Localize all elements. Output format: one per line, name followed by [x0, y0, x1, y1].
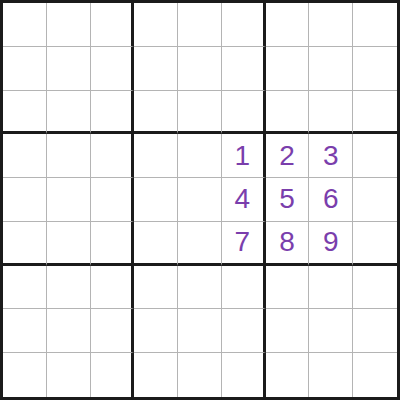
- cell-r3c4[interactable]: [134, 91, 178, 135]
- cell-r3c5[interactable]: [178, 91, 222, 135]
- cell-r4c8[interactable]: 3: [309, 134, 353, 178]
- cell-r3c7[interactable]: [266, 91, 310, 135]
- cell-r4c1[interactable]: [3, 134, 47, 178]
- sudoku-page: 123456789: [0, 0, 400, 400]
- cell-r1c4[interactable]: [134, 3, 178, 47]
- cell-r5c9[interactable]: [353, 178, 397, 222]
- cell-r6c3[interactable]: [91, 222, 135, 266]
- cell-r4c5[interactable]: [178, 134, 222, 178]
- cell-r7c6[interactable]: [222, 266, 266, 310]
- sudoku-board: 123456789: [0, 0, 400, 400]
- cell-r2c7[interactable]: [266, 47, 310, 91]
- cell-r5c4[interactable]: [134, 178, 178, 222]
- cell-r2c1[interactable]: [3, 47, 47, 91]
- cell-r3c3[interactable]: [91, 91, 135, 135]
- cell-r4c4[interactable]: [134, 134, 178, 178]
- cell-r8c5[interactable]: [178, 309, 222, 353]
- cell-r1c9[interactable]: [353, 3, 397, 47]
- cell-r2c9[interactable]: [353, 47, 397, 91]
- cell-r7c1[interactable]: [3, 266, 47, 310]
- cell-r7c2[interactable]: [47, 266, 91, 310]
- cell-r9c6[interactable]: [222, 353, 266, 397]
- cell-r1c3[interactable]: [91, 3, 135, 47]
- cell-r2c5[interactable]: [178, 47, 222, 91]
- cell-r1c5[interactable]: [178, 3, 222, 47]
- cell-r9c7[interactable]: [266, 353, 310, 397]
- cell-r5c5[interactable]: [178, 178, 222, 222]
- cell-r4c9[interactable]: [353, 134, 397, 178]
- cell-r9c9[interactable]: [353, 353, 397, 397]
- cell-r9c3[interactable]: [91, 353, 135, 397]
- cell-r5c1[interactable]: [3, 178, 47, 222]
- cell-r9c1[interactable]: [3, 353, 47, 397]
- cell-r2c4[interactable]: [134, 47, 178, 91]
- cell-r8c9[interactable]: [353, 309, 397, 353]
- cell-r6c2[interactable]: [47, 222, 91, 266]
- cell-r1c2[interactable]: [47, 3, 91, 47]
- cell-r5c2[interactable]: [47, 178, 91, 222]
- cell-r5c3[interactable]: [91, 178, 135, 222]
- cell-r9c4[interactable]: [134, 353, 178, 397]
- cell-r8c1[interactable]: [3, 309, 47, 353]
- cell-r3c9[interactable]: [353, 91, 397, 135]
- cell-r6c6[interactable]: 7: [222, 222, 266, 266]
- cell-r1c6[interactable]: [222, 3, 266, 47]
- cell-r7c8[interactable]: [309, 266, 353, 310]
- cell-r6c9[interactable]: [353, 222, 397, 266]
- cell-r1c1[interactable]: [3, 3, 47, 47]
- cell-r4c3[interactable]: [91, 134, 135, 178]
- cell-r5c8[interactable]: 6: [309, 178, 353, 222]
- cell-r6c8[interactable]: 9: [309, 222, 353, 266]
- cell-r7c5[interactable]: [178, 266, 222, 310]
- cell-r8c8[interactable]: [309, 309, 353, 353]
- cell-r2c3[interactable]: [91, 47, 135, 91]
- cell-r3c1[interactable]: [3, 91, 47, 135]
- cell-r8c3[interactable]: [91, 309, 135, 353]
- cell-r2c6[interactable]: [222, 47, 266, 91]
- cell-r7c3[interactable]: [91, 266, 135, 310]
- cell-r8c7[interactable]: [266, 309, 310, 353]
- cell-r7c7[interactable]: [266, 266, 310, 310]
- cell-r8c2[interactable]: [47, 309, 91, 353]
- cell-r4c7[interactable]: 2: [266, 134, 310, 178]
- cell-r6c1[interactable]: [3, 222, 47, 266]
- cell-r8c4[interactable]: [134, 309, 178, 353]
- cell-r9c2[interactable]: [47, 353, 91, 397]
- cell-r9c8[interactable]: [309, 353, 353, 397]
- cell-r6c5[interactable]: [178, 222, 222, 266]
- cell-r6c7[interactable]: 8: [266, 222, 310, 266]
- cell-r5c7[interactable]: 5: [266, 178, 310, 222]
- cell-r4c2[interactable]: [47, 134, 91, 178]
- cell-r4c6[interactable]: 1: [222, 134, 266, 178]
- cell-r6c4[interactable]: [134, 222, 178, 266]
- cell-r7c4[interactable]: [134, 266, 178, 310]
- cell-r3c6[interactable]: [222, 91, 266, 135]
- cell-r2c2[interactable]: [47, 47, 91, 91]
- cell-r5c6[interactable]: 4: [222, 178, 266, 222]
- cell-r8c6[interactable]: [222, 309, 266, 353]
- cell-r1c7[interactable]: [266, 3, 310, 47]
- cell-r9c5[interactable]: [178, 353, 222, 397]
- cell-r7c9[interactable]: [353, 266, 397, 310]
- cell-r1c8[interactable]: [309, 3, 353, 47]
- cell-r2c8[interactable]: [309, 47, 353, 91]
- cell-r3c2[interactable]: [47, 91, 91, 135]
- cell-r3c8[interactable]: [309, 91, 353, 135]
